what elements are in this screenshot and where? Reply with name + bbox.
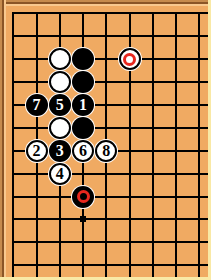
red-circle-marker-icon (123, 53, 136, 66)
grid-line-horizontal (12, 81, 208, 83)
black-stone: 5 (49, 94, 71, 116)
move-number: 1 (79, 97, 87, 113)
board-edge-top (0, 0, 208, 7)
white-stone (49, 71, 71, 93)
grid-line-horizontal (12, 241, 208, 243)
grid-line-horizontal (12, 12, 208, 14)
grid-line-vertical (152, 12, 154, 277)
grid-line-horizontal (12, 127, 208, 129)
black-stone (72, 117, 94, 139)
move-number: 6 (79, 143, 87, 159)
white-stone (49, 48, 71, 70)
black-stone (72, 186, 94, 208)
go-board: 75123684 (0, 0, 208, 277)
grid-line-vertical (175, 12, 177, 277)
white-stone: 2 (26, 140, 48, 162)
move-number: 2 (33, 143, 41, 159)
grid-line-vertical (198, 12, 200, 277)
black-stone (72, 71, 94, 93)
black-stone: 1 (72, 94, 94, 116)
black-stone: 3 (49, 140, 71, 162)
move-number: 5 (56, 97, 64, 113)
grid-line-horizontal (12, 58, 208, 60)
grid-line-horizontal (12, 264, 208, 266)
white-stone: 6 (72, 140, 94, 162)
board-edge-left (0, 0, 7, 277)
grid-line-horizontal (12, 35, 208, 37)
white-stone (119, 48, 141, 70)
white-stone: 8 (95, 140, 117, 162)
grid-line-horizontal (12, 196, 208, 198)
grid-line-vertical (12, 12, 14, 277)
move-number: 8 (102, 143, 110, 159)
white-stone (49, 117, 71, 139)
move-number: 3 (56, 143, 64, 159)
star-point (80, 216, 86, 222)
black-stone: 7 (26, 94, 48, 116)
red-circle-marker-icon (77, 190, 90, 203)
grid-line-horizontal (12, 218, 208, 220)
white-stone: 4 (49, 163, 71, 185)
grid-line-horizontal (12, 173, 208, 175)
move-number: 7 (33, 97, 41, 113)
black-stone (72, 48, 94, 70)
move-number: 4 (56, 166, 64, 182)
